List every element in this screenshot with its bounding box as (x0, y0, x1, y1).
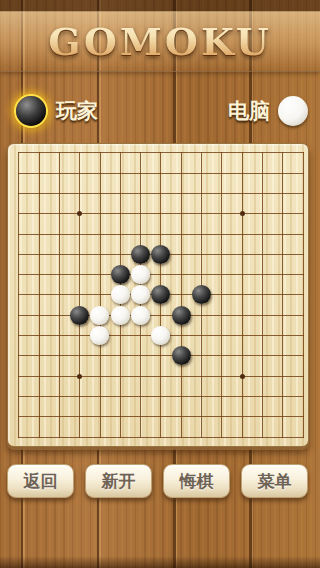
game-board[interactable] (7, 143, 309, 447)
black-stone (151, 245, 170, 264)
player-label: 玩家 (56, 97, 98, 125)
star-point (77, 211, 82, 216)
black-stone (131, 245, 150, 264)
undo-button[interactable]: 悔棋 (163, 464, 230, 498)
white-stone (131, 265, 150, 284)
board-stones (9, 143, 313, 447)
black-stone (172, 306, 191, 325)
star-point (240, 374, 245, 379)
white-stone (131, 306, 150, 325)
turn-indicator-row: 玩家 电脑 (0, 92, 320, 129)
black-stone-turn-indicator (16, 96, 46, 126)
white-stone-indicator (278, 96, 308, 126)
white-stone (90, 306, 109, 325)
black-stone (151, 285, 170, 304)
new-game-button[interactable]: 新开 (85, 464, 152, 498)
app-title: GOMOKU (48, 13, 272, 71)
menu-button[interactable]: 菜单 (241, 464, 308, 498)
bottom-shadow (0, 556, 320, 568)
white-stone (131, 285, 150, 304)
white-stone (90, 326, 109, 345)
star-point (240, 211, 245, 216)
black-stone (111, 265, 130, 284)
status-bar-strip (0, 0, 320, 12)
app-screen: GOMOKU 玩家 电脑 返回 新开 悔棋 菜单 (0, 0, 320, 568)
title-banner: GOMOKU (0, 12, 320, 72)
toolbar: 返回 新开 悔棋 菜单 (7, 464, 308, 498)
white-stone (111, 306, 130, 325)
white-stone (151, 326, 170, 345)
computer-label: 电脑 (228, 97, 270, 125)
black-stone (70, 306, 89, 325)
black-stone (192, 285, 211, 304)
black-stone (172, 346, 191, 365)
player-black-group: 玩家 (16, 92, 98, 129)
white-stone (111, 285, 130, 304)
back-button[interactable]: 返回 (7, 464, 74, 498)
star-point (77, 374, 82, 379)
player-white-group: 电脑 (228, 92, 308, 129)
